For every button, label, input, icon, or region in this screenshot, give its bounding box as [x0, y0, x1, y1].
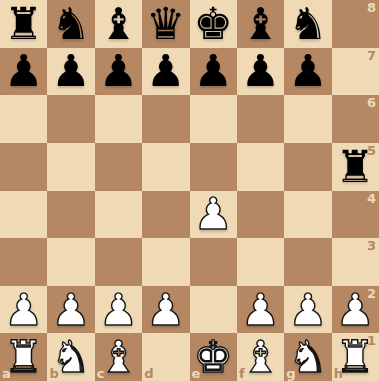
piece-black-pawn[interactable]: ♟ [51, 49, 90, 93]
square-e8[interactable]: ♚ [190, 0, 237, 48]
piece-white-pawn[interactable]: ♟ [146, 288, 185, 332]
square-d8[interactable]: ♛ [142, 0, 189, 48]
square-d6[interactable] [142, 95, 189, 143]
piece-black-knight[interactable]: ♞ [51, 2, 90, 46]
square-c4[interactable] [95, 191, 142, 239]
piece-white-rook[interactable]: ♜ [336, 335, 375, 379]
piece-white-pawn[interactable]: ♟ [193, 192, 232, 236]
piece-black-pawn[interactable]: ♟ [4, 49, 43, 93]
square-b3[interactable] [47, 238, 94, 286]
square-g3[interactable] [284, 238, 331, 286]
square-h6[interactable]: 6 [332, 95, 379, 143]
square-f4[interactable] [237, 191, 284, 239]
rank-label-7: 7 [367, 49, 376, 62]
square-b8[interactable]: ♞ [47, 0, 94, 48]
piece-white-pawn[interactable]: ♟ [4, 288, 43, 332]
piece-black-pawn[interactable]: ♟ [193, 49, 232, 93]
square-f1[interactable]: ♝f [237, 333, 284, 381]
square-e7[interactable]: ♟ [190, 48, 237, 96]
square-c1[interactable]: ♝c [95, 333, 142, 381]
square-h8[interactable]: 8 [332, 0, 379, 48]
piece-white-knight[interactable]: ♞ [288, 335, 327, 379]
square-g7[interactable]: ♟ [284, 48, 331, 96]
piece-white-rook[interactable]: ♜ [4, 335, 43, 379]
rank-label-4: 4 [367, 192, 376, 205]
piece-white-pawn[interactable]: ♟ [51, 288, 90, 332]
piece-white-knight[interactable]: ♞ [51, 335, 90, 379]
square-b4[interactable] [47, 191, 94, 239]
piece-black-queen[interactable]: ♛ [146, 2, 185, 46]
square-f2[interactable]: ♟ [237, 286, 284, 334]
piece-white-bishop[interactable]: ♝ [99, 335, 138, 379]
piece-white-pawn[interactable]: ♟ [336, 288, 375, 332]
square-a8[interactable]: ♜ [0, 0, 47, 48]
square-b7[interactable]: ♟ [47, 48, 94, 96]
square-g5[interactable] [284, 143, 331, 191]
square-e4[interactable]: ♟ [190, 191, 237, 239]
rank-label-8: 8 [367, 1, 376, 14]
square-a6[interactable] [0, 95, 47, 143]
square-d4[interactable] [142, 191, 189, 239]
file-label-d: d [144, 367, 153, 380]
square-a5[interactable] [0, 143, 47, 191]
square-g8[interactable]: ♞ [284, 0, 331, 48]
square-h2[interactable]: ♟2 [332, 286, 379, 334]
square-d3[interactable] [142, 238, 189, 286]
square-a4[interactable] [0, 191, 47, 239]
piece-white-pawn[interactable]: ♟ [241, 288, 280, 332]
piece-black-pawn[interactable]: ♟ [99, 49, 138, 93]
chess-board: ♜♞♝♛♚♝♞8♟♟♟♟♟♟♟76♜5♟43♟♟♟♟♟♟♟2♜a♞b♝cd♚e♝… [0, 0, 379, 381]
square-b6[interactable] [47, 95, 94, 143]
square-b2[interactable]: ♟ [47, 286, 94, 334]
piece-black-rook[interactable]: ♜ [4, 2, 43, 46]
square-e2[interactable] [190, 286, 237, 334]
piece-white-pawn[interactable]: ♟ [99, 288, 138, 332]
square-h4[interactable]: 4 [332, 191, 379, 239]
square-a1[interactable]: ♜a [0, 333, 47, 381]
square-e1[interactable]: ♚e [190, 333, 237, 381]
square-d1[interactable]: d [142, 333, 189, 381]
piece-black-rook[interactable]: ♜ [336, 145, 375, 189]
piece-white-king[interactable]: ♚ [193, 335, 232, 379]
square-h1[interactable]: ♜h1 [332, 333, 379, 381]
rank-label-6: 6 [367, 96, 376, 109]
square-d7[interactable]: ♟ [142, 48, 189, 96]
square-f7[interactable]: ♟ [237, 48, 284, 96]
square-h5[interactable]: ♜5 [332, 143, 379, 191]
piece-white-pawn[interactable]: ♟ [288, 288, 327, 332]
square-e6[interactable] [190, 95, 237, 143]
piece-black-pawn[interactable]: ♟ [288, 49, 327, 93]
piece-black-bishop[interactable]: ♝ [99, 2, 138, 46]
square-g2[interactable]: ♟ [284, 286, 331, 334]
square-g6[interactable] [284, 95, 331, 143]
square-b1[interactable]: ♞b [47, 333, 94, 381]
piece-black-knight[interactable]: ♞ [288, 2, 327, 46]
square-c3[interactable] [95, 238, 142, 286]
square-a7[interactable]: ♟ [0, 48, 47, 96]
square-e5[interactable] [190, 143, 237, 191]
square-b5[interactable] [47, 143, 94, 191]
square-a2[interactable]: ♟ [0, 286, 47, 334]
square-d2[interactable]: ♟ [142, 286, 189, 334]
square-c6[interactable] [95, 95, 142, 143]
piece-black-pawn[interactable]: ♟ [146, 49, 185, 93]
square-f8[interactable]: ♝ [237, 0, 284, 48]
square-f3[interactable] [237, 238, 284, 286]
square-f5[interactable] [237, 143, 284, 191]
rank-label-3: 3 [367, 239, 376, 252]
square-c2[interactable]: ♟ [95, 286, 142, 334]
square-d5[interactable] [142, 143, 189, 191]
piece-white-bishop[interactable]: ♝ [241, 335, 280, 379]
piece-black-bishop[interactable]: ♝ [241, 2, 280, 46]
square-c8[interactable]: ♝ [95, 0, 142, 48]
square-c7[interactable]: ♟ [95, 48, 142, 96]
square-h3[interactable]: 3 [332, 238, 379, 286]
square-a3[interactable] [0, 238, 47, 286]
square-e3[interactable] [190, 238, 237, 286]
square-h7[interactable]: 7 [332, 48, 379, 96]
square-g4[interactable] [284, 191, 331, 239]
piece-black-king[interactable]: ♚ [193, 2, 232, 46]
square-c5[interactable] [95, 143, 142, 191]
square-f6[interactable] [237, 95, 284, 143]
piece-black-pawn[interactable]: ♟ [241, 49, 280, 93]
square-g1[interactable]: ♞g [284, 333, 331, 381]
